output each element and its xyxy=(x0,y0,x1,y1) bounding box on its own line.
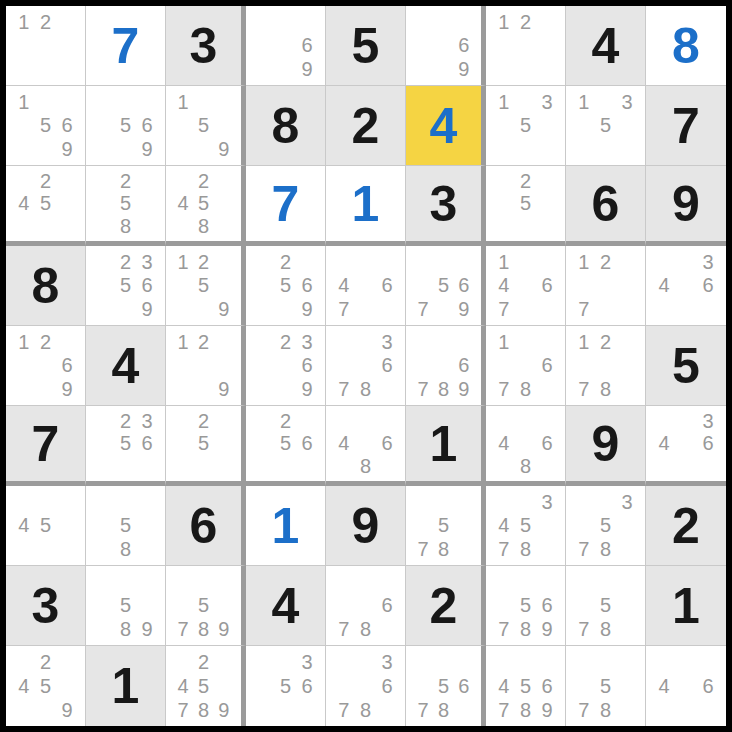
pencil-mark: 9 xyxy=(136,617,158,641)
given-digit: 7 xyxy=(32,419,60,469)
pencil-mark: 7 xyxy=(333,377,355,401)
cell-r3c9[interactable]: 9 xyxy=(646,166,726,246)
cell-r3c1[interactable]: 245 xyxy=(6,166,86,246)
pencil-marks: 6789 xyxy=(406,326,481,405)
pencil-mark: 3 xyxy=(536,90,558,114)
cell-r7c5[interactable]: 9 xyxy=(326,486,406,566)
pencil-mark: 6 xyxy=(536,594,558,618)
cell-r4c1[interactable]: 8 xyxy=(6,246,86,326)
given-digit: 1 xyxy=(672,581,700,631)
pencil-mark: 5 xyxy=(193,192,213,214)
cell-r8c1[interactable]: 3 xyxy=(6,566,86,646)
pencil-marks: 1269 xyxy=(6,326,85,405)
cell-r7c9[interactable]: 2 xyxy=(646,486,726,566)
pencil-mark: 7 xyxy=(573,297,595,321)
pencil-mark: 6 xyxy=(697,432,719,454)
given-digit: 8 xyxy=(272,101,300,151)
given-digit: 5 xyxy=(672,341,700,391)
pencil-marks: 578 xyxy=(566,566,645,645)
cell-r4c8[interactable]: 127 xyxy=(566,246,646,326)
pencil-mark: 6 xyxy=(136,114,158,138)
pencil-mark: 8 xyxy=(193,698,213,722)
pencil-marks: 245789 xyxy=(166,646,241,726)
pencil-mark: 4 xyxy=(493,674,515,698)
pencil-mark: 7 xyxy=(573,698,595,722)
pencil-mark: 3 xyxy=(376,330,398,354)
cell-r3c8[interactable]: 6 xyxy=(566,166,646,246)
pencil-mark: 7 xyxy=(333,698,355,722)
pencil-mark: 6 xyxy=(536,674,558,698)
pencil-mark: 7 xyxy=(493,617,515,641)
cell-r7c8[interactable]: 3578 xyxy=(566,486,646,566)
pencil-mark: 6 xyxy=(296,674,318,698)
cell-r5c4[interactable]: 2369 xyxy=(246,326,326,406)
pencil-mark: 8 xyxy=(193,617,213,641)
cell-r9c5[interactable]: 3678 xyxy=(326,646,406,726)
pencil-mark: 9 xyxy=(536,698,558,722)
pencil-marks: 468 xyxy=(326,406,405,481)
cell-r1c1[interactable]: 12 xyxy=(6,6,86,86)
pencil-mark: 2 xyxy=(35,10,57,34)
entered-digit: 7 xyxy=(112,21,140,71)
cell-r5c8[interactable]: 1278 xyxy=(566,326,646,406)
pencil-mark: 4 xyxy=(173,192,193,214)
pencil-mark: 5 xyxy=(35,674,57,698)
cell-r7c4[interactable]: 1 xyxy=(246,486,326,566)
pencil-mark: 1 xyxy=(493,250,515,274)
cell-r4c9[interactable]: 346 xyxy=(646,246,726,326)
pencil-marks: 2458 xyxy=(166,166,241,241)
pencil-mark: 9 xyxy=(454,57,474,81)
pencil-mark: 6 xyxy=(376,432,398,454)
cell-r7c6[interactable]: 578 xyxy=(406,486,486,566)
pencil-mark: 4 xyxy=(333,274,355,298)
pencil-mark: 7 xyxy=(413,377,433,401)
cell-r2c6[interactable]: 4 xyxy=(406,86,486,166)
pencil-mark: 6 xyxy=(296,274,318,298)
pencil-mark: 6 xyxy=(376,674,398,698)
pencil-mark: 1 xyxy=(13,10,35,34)
pencil-mark: 5 xyxy=(595,674,617,698)
pencil-mark: 8 xyxy=(355,455,377,477)
pencil-mark: 1 xyxy=(493,10,515,34)
pencil-marks: 3678 xyxy=(326,326,405,405)
cell-r6c2[interactable]: 2356 xyxy=(86,406,166,486)
pencil-marks: 5789 xyxy=(166,566,241,645)
pencil-mark: 4 xyxy=(13,192,35,214)
cell-r1c6[interactable]: 69 xyxy=(406,6,486,86)
pencil-mark: 8 xyxy=(595,698,617,722)
given-digit: 4 xyxy=(112,341,140,391)
pencil-mark: 4 xyxy=(493,514,515,538)
cell-r2c1[interactable]: 1569 xyxy=(6,86,86,166)
cell-r1c7[interactable]: 12 xyxy=(486,6,566,86)
pencil-marks: 456789 xyxy=(486,646,565,726)
pencil-mark: 7 xyxy=(173,698,193,722)
pencil-mark: 2 xyxy=(193,250,213,274)
pencil-marks: 589 xyxy=(86,566,165,645)
cell-r8c2[interactable]: 589 xyxy=(86,566,166,646)
pencil-marks: 1678 xyxy=(486,326,565,405)
pencil-mark: 5 xyxy=(515,674,537,698)
pencil-mark: 5 xyxy=(595,514,617,538)
pencil-mark: 3 xyxy=(136,410,158,432)
pencil-mark: 4 xyxy=(333,432,355,454)
given-digit: 2 xyxy=(430,581,458,631)
pencil-mark: 8 xyxy=(433,698,453,722)
pencil-marks: 569 xyxy=(86,86,165,165)
pencil-marks: 256 xyxy=(246,406,325,481)
pencil-mark: 6 xyxy=(376,594,398,618)
cell-r1c4[interactable]: 69 xyxy=(246,6,326,86)
cell-r9c8[interactable]: 578 xyxy=(566,646,646,726)
pencil-mark: 1 xyxy=(13,330,35,354)
pencil-mark: 7 xyxy=(573,617,595,641)
pencil-mark: 6 xyxy=(296,354,318,378)
cell-r8c9[interactable]: 1 xyxy=(646,566,726,646)
entered-digit: 4 xyxy=(430,101,458,151)
pencil-mark: 8 xyxy=(115,215,137,237)
pencil-mark: 8 xyxy=(515,455,537,477)
cell-r4c6[interactable]: 5679 xyxy=(406,246,486,326)
cell-r2c4[interactable]: 8 xyxy=(246,86,326,166)
cell-r5c7[interactable]: 1678 xyxy=(486,326,566,406)
pencil-marks: 46 xyxy=(646,646,726,726)
entered-digit: 1 xyxy=(272,501,300,551)
cell-r8c7[interactable]: 56789 xyxy=(486,566,566,646)
pencil-mark: 5 xyxy=(115,514,137,538)
pencil-mark: 9 xyxy=(136,137,158,161)
given-digit: 2 xyxy=(672,501,700,551)
pencil-mark: 4 xyxy=(13,514,35,538)
pencil-mark: 5 xyxy=(515,192,537,214)
pencil-marks: 23569 xyxy=(86,246,165,325)
pencil-mark: 3 xyxy=(296,650,318,674)
cell-r6c5[interactable]: 468 xyxy=(326,406,406,486)
pencil-mark: 6 xyxy=(454,674,474,698)
pencil-marks: 58 xyxy=(86,486,165,565)
pencil-mark: 5 xyxy=(433,514,453,538)
pencil-mark: 5 xyxy=(115,114,137,138)
pencil-mark: 2 xyxy=(115,410,137,432)
cell-r3c4[interactable]: 7 xyxy=(246,166,326,246)
cell-r2c2[interactable]: 569 xyxy=(86,86,166,166)
pencil-mark: 9 xyxy=(136,297,158,321)
pencil-mark: 1 xyxy=(13,90,35,114)
pencil-marks: 678 xyxy=(326,566,405,645)
pencil-mark: 6 xyxy=(376,354,398,378)
pencil-mark: 5 xyxy=(275,674,297,698)
pencil-mark: 8 xyxy=(595,377,617,401)
pencil-mark: 6 xyxy=(56,354,78,378)
pencil-mark: 2 xyxy=(115,250,137,274)
pencil-marks: 3678 xyxy=(326,646,405,726)
cell-r3c3[interactable]: 2458 xyxy=(166,166,246,246)
cell-r3c7[interactable]: 25 xyxy=(486,166,566,246)
pencil-mark: 6 xyxy=(454,34,474,58)
pencil-mark: 8 xyxy=(515,537,537,561)
pencil-marks: 56789 xyxy=(486,566,565,645)
pencil-mark: 8 xyxy=(355,698,377,722)
pencil-marks: 1259 xyxy=(166,246,241,325)
given-digit: 4 xyxy=(592,21,620,71)
pencil-mark: 7 xyxy=(333,617,355,641)
pencil-mark: 8 xyxy=(595,537,617,561)
pencil-mark: 2 xyxy=(595,250,617,274)
pencil-mark: 2 xyxy=(35,650,57,674)
cell-r8c3[interactable]: 5789 xyxy=(166,566,246,646)
pencil-mark: 2 xyxy=(193,410,213,432)
pencil-mark: 5 xyxy=(193,674,213,698)
pencil-mark: 8 xyxy=(115,537,137,561)
pencil-mark: 1 xyxy=(573,90,595,114)
cell-r6c4[interactable]: 256 xyxy=(246,406,326,486)
pencil-marks: 1467 xyxy=(486,246,565,325)
pencil-marks: 258 xyxy=(86,166,165,241)
pencil-mark: 6 xyxy=(697,274,719,298)
pencil-mark: 7 xyxy=(493,377,515,401)
cell-r8c8[interactable]: 578 xyxy=(566,566,646,646)
pencil-mark: 2 xyxy=(193,650,213,674)
pencil-mark: 2 xyxy=(515,170,537,192)
given-digit: 3 xyxy=(32,581,60,631)
cell-r4c5[interactable]: 467 xyxy=(326,246,406,326)
cell-r7c1[interactable]: 45 xyxy=(6,486,86,566)
pencil-mark: 7 xyxy=(493,698,515,722)
pencil-mark: 5 xyxy=(433,674,453,698)
pencil-marks: 2369 xyxy=(246,326,325,405)
pencil-mark: 5 xyxy=(35,514,57,538)
pencil-mark: 2 xyxy=(275,410,297,432)
pencil-mark: 8 xyxy=(115,617,137,641)
pencil-mark: 7 xyxy=(173,617,193,641)
given-digit: 1 xyxy=(430,419,458,469)
cell-r8c5[interactable]: 678 xyxy=(326,566,406,646)
cell-r4c2[interactable]: 23569 xyxy=(86,246,166,326)
cell-r5c2[interactable]: 4 xyxy=(86,326,166,406)
pencil-mark: 5 xyxy=(35,114,57,138)
pencil-mark: 5 xyxy=(193,274,213,298)
pencil-mark: 9 xyxy=(56,698,78,722)
pencil-mark: 5 xyxy=(193,432,213,454)
pencil-marks: 1278 xyxy=(566,326,645,405)
entered-digit: 1 xyxy=(352,179,380,229)
pencil-mark: 7 xyxy=(493,537,515,561)
pencil-mark: 4 xyxy=(493,274,515,298)
pencil-mark: 7 xyxy=(413,297,433,321)
cell-r2c5[interactable]: 2 xyxy=(326,86,406,166)
cell-r9c6[interactable]: 5678 xyxy=(406,646,486,726)
pencil-mark: 8 xyxy=(433,537,453,561)
cell-r6c7[interactable]: 468 xyxy=(486,406,566,486)
cell-r1c5[interactable]: 5 xyxy=(326,6,406,86)
cell-r5c9[interactable]: 5 xyxy=(646,326,726,406)
pencil-mark: 2 xyxy=(275,250,297,274)
cell-r7c3[interactable]: 6 xyxy=(166,486,246,566)
pencil-mark: 1 xyxy=(573,250,595,274)
cell-r9c9[interactable]: 46 xyxy=(646,646,726,726)
pencil-mark: 2 xyxy=(35,170,57,192)
pencil-mark: 9 xyxy=(56,377,78,401)
cell-r4c7[interactable]: 1467 xyxy=(486,246,566,326)
pencil-mark: 2 xyxy=(515,10,537,34)
pencil-mark: 6 xyxy=(376,274,398,298)
cell-r6c6[interactable]: 1 xyxy=(406,406,486,486)
cell-r1c3[interactable]: 3 xyxy=(166,6,246,86)
cell-r5c6[interactable]: 6789 xyxy=(406,326,486,406)
pencil-mark: 6 xyxy=(697,674,719,698)
pencil-mark: 8 xyxy=(433,377,453,401)
pencil-mark: 5 xyxy=(515,514,537,538)
pencil-mark: 6 xyxy=(536,274,558,298)
given-digit: 5 xyxy=(352,21,380,71)
cell-r9c7[interactable]: 456789 xyxy=(486,646,566,726)
pencil-mark: 5 xyxy=(193,594,213,618)
pencil-marks: 159 xyxy=(166,86,241,165)
pencil-mark: 4 xyxy=(653,274,675,298)
pencil-mark: 9 xyxy=(296,297,318,321)
cell-r2c3[interactable]: 159 xyxy=(166,86,246,166)
pencil-mark: 9 xyxy=(214,297,234,321)
pencil-mark: 7 xyxy=(333,297,355,321)
cell-r9c1[interactable]: 2459 xyxy=(6,646,86,726)
given-digit: 1 xyxy=(112,661,140,711)
pencil-mark: 3 xyxy=(616,490,638,514)
pencil-marks: 346 xyxy=(646,246,726,325)
pencil-mark: 5 xyxy=(115,432,137,454)
cell-r7c7[interactable]: 34578 xyxy=(486,486,566,566)
cell-r4c4[interactable]: 2569 xyxy=(246,246,326,326)
cell-r6c1[interactable]: 7 xyxy=(6,406,86,486)
pencil-mark: 3 xyxy=(296,330,318,354)
pencil-mark: 9 xyxy=(56,137,78,161)
pencil-mark: 8 xyxy=(355,377,377,401)
cell-r5c1[interactable]: 1269 xyxy=(6,326,86,406)
pencil-mark: 1 xyxy=(573,330,595,354)
cell-r9c4[interactable]: 356 xyxy=(246,646,326,726)
pencil-mark: 9 xyxy=(454,377,474,401)
pencil-mark: 7 xyxy=(413,698,433,722)
pencil-marks: 1569 xyxy=(6,86,85,165)
cell-r8c6[interactable]: 2 xyxy=(406,566,486,646)
pencil-mark: 8 xyxy=(355,617,377,641)
pencil-mark: 5 xyxy=(595,594,617,618)
pencil-mark: 1 xyxy=(173,330,193,354)
pencil-mark: 5 xyxy=(433,274,453,298)
pencil-marks: 129 xyxy=(166,326,241,405)
pencil-mark: 9 xyxy=(296,57,318,81)
pencil-marks: 34578 xyxy=(486,486,565,565)
pencil-mark: 8 xyxy=(193,215,213,237)
pencil-mark: 3 xyxy=(616,90,638,114)
pencil-mark: 3 xyxy=(536,490,558,514)
pencil-marks: 45 xyxy=(6,486,85,565)
pencil-mark: 6 xyxy=(136,274,158,298)
pencil-mark: 1 xyxy=(173,250,193,274)
pencil-marks: 69 xyxy=(246,6,325,85)
cell-r2c8[interactable]: 135 xyxy=(566,86,646,166)
pencil-marks: 12 xyxy=(6,6,85,85)
pencil-marks: 12 xyxy=(486,6,565,85)
pencil-mark: 5 xyxy=(115,594,137,618)
pencil-mark: 1 xyxy=(493,90,515,114)
cell-r3c5[interactable]: 1 xyxy=(326,166,406,246)
pencil-mark: 8 xyxy=(595,617,617,641)
pencil-mark: 4 xyxy=(653,674,675,698)
given-digit: 3 xyxy=(430,179,458,229)
pencil-mark: 9 xyxy=(454,297,474,321)
given-digit: 6 xyxy=(190,501,218,551)
cell-r7c2[interactable]: 58 xyxy=(86,486,166,566)
pencil-mark: 1 xyxy=(173,90,193,114)
pencil-mark: 3 xyxy=(136,250,158,274)
cell-r3c2[interactable]: 258 xyxy=(86,166,166,246)
pencil-mark: 4 xyxy=(493,432,515,454)
pencil-mark: 8 xyxy=(515,617,537,641)
pencil-mark: 9 xyxy=(214,137,234,161)
cell-r2c9[interactable]: 7 xyxy=(646,86,726,166)
pencil-mark: 2 xyxy=(595,330,617,354)
pencil-mark: 1 xyxy=(493,330,515,354)
cell-r1c2[interactable]: 7 xyxy=(86,6,166,86)
sudoku-board: 1273695691248156956915982413513572452582… xyxy=(0,0,732,732)
cell-r2c7[interactable]: 135 xyxy=(486,86,566,166)
given-digit: 9 xyxy=(592,419,620,469)
pencil-marks: 2459 xyxy=(6,646,85,726)
cell-r8c4[interactable]: 4 xyxy=(246,566,326,646)
pencil-mark: 6 xyxy=(136,432,158,454)
given-digit: 6 xyxy=(592,179,620,229)
pencil-mark: 5 xyxy=(595,114,617,138)
pencil-marks: 2356 xyxy=(86,406,165,481)
cell-r5c5[interactable]: 3678 xyxy=(326,326,406,406)
cell-r4c3[interactable]: 1259 xyxy=(166,246,246,326)
cell-r3c6[interactable]: 3 xyxy=(406,166,486,246)
pencil-mark: 3 xyxy=(376,650,398,674)
pencil-mark: 5 xyxy=(115,274,137,298)
pencil-mark: 2 xyxy=(193,330,213,354)
given-digit: 3 xyxy=(190,21,218,71)
cell-r1c8[interactable]: 4 xyxy=(566,6,646,86)
pencil-marks: 5679 xyxy=(406,246,481,325)
pencil-marks: 25 xyxy=(166,406,241,481)
cell-r6c8[interactable]: 9 xyxy=(566,406,646,486)
cell-r5c3[interactable]: 129 xyxy=(166,326,246,406)
pencil-mark: 9 xyxy=(536,617,558,641)
cell-r1c9[interactable]: 8 xyxy=(646,6,726,86)
pencil-marks: 467 xyxy=(326,246,405,325)
pencil-mark: 4 xyxy=(13,674,35,698)
pencil-mark: 5 xyxy=(275,274,297,298)
cell-r6c3[interactable]: 25 xyxy=(166,406,246,486)
pencil-marks: 578 xyxy=(566,646,645,726)
pencil-mark: 5 xyxy=(275,432,297,454)
pencil-marks: 245 xyxy=(6,166,85,241)
cell-r6c9[interactable]: 346 xyxy=(646,406,726,486)
pencil-mark: 7 xyxy=(413,537,433,561)
cell-r9c2[interactable]: 1 xyxy=(86,646,166,726)
pencil-marks: 135 xyxy=(486,86,565,165)
pencil-mark: 7 xyxy=(573,537,595,561)
pencil-marks: 25 xyxy=(486,166,565,241)
pencil-mark: 6 xyxy=(56,114,78,138)
entered-digit: 8 xyxy=(672,21,700,71)
pencil-mark: 9 xyxy=(214,698,234,722)
pencil-marks: 127 xyxy=(566,246,645,325)
pencil-mark: 8 xyxy=(515,698,537,722)
pencil-mark: 5 xyxy=(115,192,137,214)
cell-r9c3[interactable]: 245789 xyxy=(166,646,246,726)
